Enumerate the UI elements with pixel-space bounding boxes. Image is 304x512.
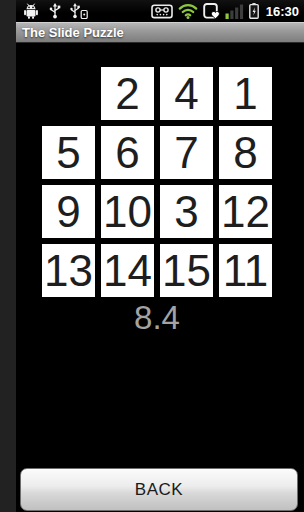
clock: 16:30 <box>264 4 299 19</box>
battery-charging-icon <box>249 3 259 19</box>
tile-15[interactable]: 15 <box>160 244 213 297</box>
tile-5[interactable]: 5 <box>42 126 95 179</box>
usb-icon <box>48 3 62 19</box>
tile-1[interactable]: 1 <box>219 67 272 120</box>
title-bar: The Slide Puzzle <box>16 22 304 43</box>
cassette-icon <box>151 4 173 19</box>
tile-4[interactable]: 4 <box>160 67 213 120</box>
tile-7[interactable]: 7 <box>160 126 213 179</box>
wifi-icon <box>178 4 198 19</box>
tile-12[interactable]: 12 <box>219 185 272 238</box>
tile-13[interactable]: 13 <box>42 244 95 297</box>
tile-11[interactable]: 11 <box>219 244 272 297</box>
tile-8[interactable]: 8 <box>219 126 272 179</box>
board: 241567891031213141511 <box>42 67 272 297</box>
tile-9[interactable]: 9 <box>42 185 95 238</box>
back-button[interactable]: BACK <box>20 468 298 511</box>
device-heart-icon <box>203 3 220 19</box>
usb-debug-icon <box>69 3 88 19</box>
timer-value: 8.4 <box>42 300 272 336</box>
page-title: The Slide Puzzle <box>16 25 124 40</box>
signal-strength-icon <box>225 4 244 19</box>
status-bar-system: 16:30 <box>151 3 299 19</box>
tile-14[interactable]: 14 <box>101 244 154 297</box>
tile-10[interactable]: 10 <box>101 185 154 238</box>
tile-3[interactable]: 3 <box>160 185 213 238</box>
status-bar: 16:30 <box>16 0 304 22</box>
empty-cell <box>42 67 95 120</box>
tile-6[interactable]: 6 <box>101 126 154 179</box>
tile-2[interactable]: 2 <box>101 67 154 120</box>
android-robot-icon <box>21 3 41 19</box>
app-screen: 16:30 The Slide Puzzle 24156789103121314… <box>16 0 304 512</box>
status-bar-notifications <box>21 3 88 19</box>
